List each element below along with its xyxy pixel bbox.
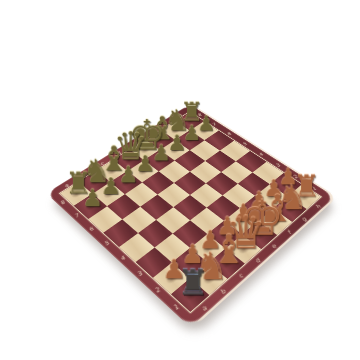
piece-black-pawn-a7: ♟	[81, 187, 102, 210]
chess-set-photo: abcdefgh abcdefgh 87654321 87654321 ♜♞♝♛…	[0, 0, 360, 360]
chess-board: abcdefgh abcdefgh 87654321 87654321 ♜♞♝♛…	[46, 104, 335, 327]
scene: abcdefgh abcdefgh 87654321 87654321 ♜♞♝♛…	[0, 0, 360, 360]
playing-area: ♜♞♝♛♚♝♞♜♟♟♟♟♟♟♟♟♟♟♟♟♟♟♟♟♜♞♝♛♚♝♞♜	[60, 112, 320, 312]
piece-white-rook-a1: ♜	[176, 266, 208, 301]
